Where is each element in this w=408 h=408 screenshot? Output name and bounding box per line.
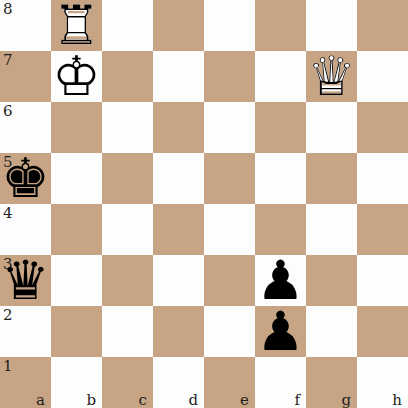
square-h7[interactable] [357, 51, 408, 102]
rank-label-8: 8 [3, 2, 13, 17]
white-rook-b8[interactable]: ♜♖ [51, 0, 102, 51]
square-g4[interactable] [306, 204, 357, 255]
square-a2[interactable]: 2 [0, 306, 51, 357]
file-label-d: d [188, 393, 198, 408]
square-e3[interactable] [204, 255, 255, 306]
square-d2[interactable] [153, 306, 204, 357]
square-b4[interactable] [51, 204, 102, 255]
black-pawn-f2[interactable]: ♟ [255, 306, 306, 357]
square-d8[interactable] [153, 0, 204, 51]
rank-label-1: 1 [3, 359, 13, 374]
square-d6[interactable] [153, 102, 204, 153]
square-f3[interactable]: ♟ [255, 255, 306, 306]
square-f8[interactable] [255, 0, 306, 51]
square-b1[interactable]: b [51, 357, 102, 408]
square-f5[interactable] [255, 153, 306, 204]
file-label-g: g [341, 393, 351, 408]
rank-label-7: 7 [3, 53, 13, 68]
king-outline-icon: ♔ [51, 51, 102, 102]
square-c1[interactable]: c [102, 357, 153, 408]
square-b6[interactable] [51, 102, 102, 153]
queen-icon: ♛ [0, 255, 51, 306]
square-g5[interactable] [306, 153, 357, 204]
pawn-icon: ♟ [255, 306, 306, 357]
square-g8[interactable] [306, 0, 357, 51]
square-d3[interactable] [153, 255, 204, 306]
square-e4[interactable] [204, 204, 255, 255]
square-h8[interactable] [357, 0, 408, 51]
square-c5[interactable] [102, 153, 153, 204]
square-d1[interactable]: d [153, 357, 204, 408]
square-h4[interactable] [357, 204, 408, 255]
chess-board: 8♜♖7♚♔♛♕65♚43♛♟2♟1abcdefgh [0, 0, 408, 408]
square-c2[interactable] [102, 306, 153, 357]
square-c6[interactable] [102, 102, 153, 153]
file-label-h: h [392, 393, 402, 408]
square-f4[interactable] [255, 204, 306, 255]
square-h5[interactable] [357, 153, 408, 204]
square-a3[interactable]: 3♛ [0, 255, 51, 306]
square-b2[interactable] [51, 306, 102, 357]
square-g1[interactable]: g [306, 357, 357, 408]
square-b5[interactable] [51, 153, 102, 204]
square-f6[interactable] [255, 102, 306, 153]
black-pawn-f3[interactable]: ♟ [255, 255, 306, 306]
rank-label-6: 6 [3, 104, 13, 119]
square-e2[interactable] [204, 306, 255, 357]
square-g6[interactable] [306, 102, 357, 153]
square-g3[interactable] [306, 255, 357, 306]
square-a1[interactable]: 1a [0, 357, 51, 408]
square-e7[interactable] [204, 51, 255, 102]
pawn-icon: ♟ [255, 255, 306, 306]
black-queen-a3[interactable]: ♛ [0, 255, 51, 306]
file-label-f: f [294, 393, 300, 408]
white-queen-g7[interactable]: ♛♕ [306, 51, 357, 102]
square-c3[interactable] [102, 255, 153, 306]
square-a7[interactable]: 7 [0, 51, 51, 102]
rook-outline-icon: ♖ [51, 0, 102, 51]
square-h1[interactable]: h [357, 357, 408, 408]
square-a8[interactable]: 8 [0, 0, 51, 51]
file-label-b: b [86, 393, 96, 408]
square-b3[interactable] [51, 255, 102, 306]
square-d4[interactable] [153, 204, 204, 255]
square-c7[interactable] [102, 51, 153, 102]
square-e8[interactable] [204, 0, 255, 51]
square-a6[interactable]: 6 [0, 102, 51, 153]
king-icon: ♚ [0, 153, 51, 204]
square-f1[interactable]: f [255, 357, 306, 408]
square-d5[interactable] [153, 153, 204, 204]
square-h2[interactable] [357, 306, 408, 357]
square-d7[interactable] [153, 51, 204, 102]
file-label-c: c [139, 393, 147, 408]
square-h6[interactable] [357, 102, 408, 153]
square-b7[interactable]: ♚♔ [51, 51, 102, 102]
black-king-a5[interactable]: ♚ [0, 153, 51, 204]
file-label-a: a [36, 393, 45, 408]
square-e6[interactable] [204, 102, 255, 153]
square-e5[interactable] [204, 153, 255, 204]
square-c4[interactable] [102, 204, 153, 255]
file-label-e: e [240, 393, 249, 408]
square-a4[interactable]: 4 [0, 204, 51, 255]
square-g2[interactable] [306, 306, 357, 357]
square-b8[interactable]: ♜♖ [51, 0, 102, 51]
square-g7[interactable]: ♛♕ [306, 51, 357, 102]
square-h3[interactable] [357, 255, 408, 306]
square-f7[interactable] [255, 51, 306, 102]
square-c8[interactable] [102, 0, 153, 51]
square-e1[interactable]: e [204, 357, 255, 408]
square-f2[interactable]: ♟ [255, 306, 306, 357]
square-a5[interactable]: 5♚ [0, 153, 51, 204]
queen-outline-icon: ♕ [306, 51, 357, 102]
white-king-b7[interactable]: ♚♔ [51, 51, 102, 102]
